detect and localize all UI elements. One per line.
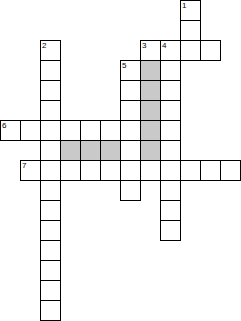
crossword-cell[interactable] [120, 160, 141, 181]
crossword-cell[interactable] [160, 120, 181, 141]
crossword-cell[interactable] [160, 160, 181, 181]
crossword-cell[interactable]: 7 [20, 160, 41, 181]
clue-number: 1 [182, 1, 186, 10]
crossword-cell[interactable] [120, 80, 141, 101]
crossword-cell[interactable] [140, 80, 161, 101]
crossword-cell[interactable] [160, 200, 181, 221]
crossword-board: 1234567 [0, 0, 241, 321]
crossword-cell[interactable] [160, 180, 181, 201]
crossword-cell[interactable] [160, 220, 181, 241]
crossword-cell[interactable] [40, 220, 61, 241]
crossword-cell[interactable] [140, 100, 161, 121]
crossword-cell[interactable] [40, 300, 61, 321]
crossword-cell[interactable] [80, 160, 101, 181]
crossword-cell[interactable] [120, 140, 141, 161]
crossword-cell[interactable] [120, 180, 141, 201]
crossword-cell[interactable]: 1 [180, 0, 201, 21]
crossword-cell[interactable] [140, 60, 161, 81]
crossword-cell[interactable] [100, 160, 121, 181]
crossword-cell[interactable] [160, 100, 181, 121]
crossword-cell[interactable] [120, 120, 141, 141]
crossword-cell[interactable] [80, 120, 101, 141]
crossword-cell[interactable]: 2 [40, 40, 61, 61]
crossword-cell[interactable]: 3 [140, 40, 161, 61]
crossword-cell[interactable] [180, 20, 201, 41]
crossword-cell[interactable] [80, 140, 101, 161]
crossword-cell[interactable] [140, 160, 161, 181]
clue-number: 6 [2, 121, 6, 130]
crossword-cell[interactable] [40, 80, 61, 101]
clue-number: 4 [162, 41, 166, 50]
clue-number: 7 [22, 161, 26, 170]
crossword-cell[interactable] [180, 40, 201, 61]
crossword-cell[interactable] [160, 80, 181, 101]
crossword-cell[interactable] [40, 260, 61, 281]
crossword-cell[interactable]: 6 [0, 120, 21, 141]
crossword-cell[interactable] [100, 140, 121, 161]
crossword-cell[interactable] [120, 100, 141, 121]
crossword-cell[interactable] [220, 160, 241, 181]
crossword-cell[interactable] [40, 180, 61, 201]
crossword-cell[interactable]: 5 [120, 60, 141, 81]
crossword-cell[interactable] [40, 200, 61, 221]
crossword-cell[interactable] [60, 120, 81, 141]
crossword-cell[interactable] [40, 60, 61, 81]
crossword-cell[interactable] [40, 240, 61, 261]
clue-number: 5 [122, 61, 126, 70]
crossword-cell[interactable] [160, 140, 181, 161]
crossword-cell[interactable] [100, 120, 121, 141]
crossword-cell[interactable] [20, 120, 41, 141]
clue-number: 2 [42, 41, 46, 50]
crossword-cell[interactable] [60, 140, 81, 161]
crossword-cell[interactable] [40, 120, 61, 141]
crossword-cell[interactable] [40, 160, 61, 181]
crossword-cell[interactable] [180, 160, 201, 181]
crossword-cell[interactable] [40, 280, 61, 301]
crossword-cell[interactable] [140, 140, 161, 161]
crossword-cell[interactable] [140, 120, 161, 141]
crossword-cell[interactable] [40, 100, 61, 121]
clue-number: 3 [142, 41, 146, 50]
crossword-cell[interactable] [60, 160, 81, 181]
crossword-cell[interactable]: 4 [160, 40, 181, 61]
crossword-cell[interactable] [160, 60, 181, 81]
crossword-cell[interactable] [40, 140, 61, 161]
crossword-cell[interactable] [200, 40, 221, 61]
crossword-cell[interactable] [200, 160, 221, 181]
